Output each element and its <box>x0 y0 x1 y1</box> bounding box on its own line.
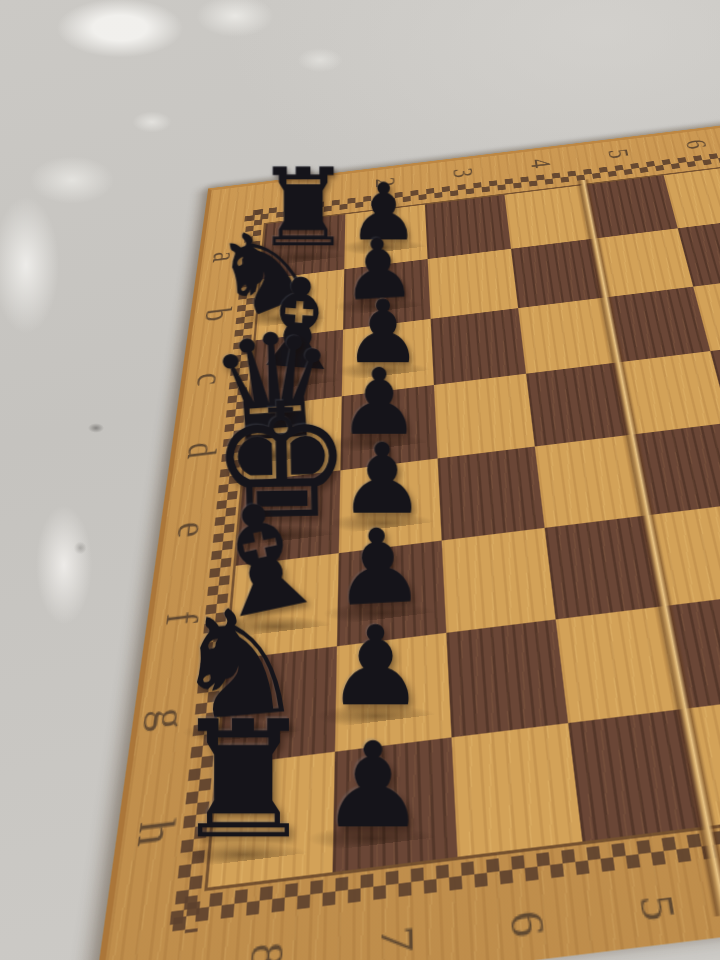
square-d6[interactable] <box>710 340 720 423</box>
square-a6[interactable] <box>664 166 720 229</box>
chess-photo-scene: 12345678 abcdefgh 87654321 ♜♞♝♛♚♝♞♜♟♟♟♟♟… <box>0 0 720 960</box>
square-h4[interactable] <box>568 709 707 842</box>
square-c4[interactable] <box>518 297 618 373</box>
top-number-4: 5 <box>601 147 635 160</box>
square-g5[interactable] <box>665 593 720 709</box>
square-f4[interactable] <box>545 515 665 619</box>
square-b6[interactable] <box>678 218 720 287</box>
square-g4[interactable] <box>556 606 685 723</box>
square-b5[interactable] <box>594 228 693 297</box>
bottom-number-0: 8 <box>238 939 295 960</box>
pawn-glyph: ♟ <box>320 727 426 845</box>
top-number-5: 6 <box>678 138 713 151</box>
bottom-number-2: 6 <box>498 908 556 941</box>
square-e4[interactable] <box>535 435 648 528</box>
square-d5[interactable] <box>618 351 720 435</box>
square-a4[interactable] <box>504 185 594 249</box>
board-fold-seam <box>576 179 720 917</box>
square-d4[interactable] <box>526 362 632 446</box>
bottom-number-1: 7 <box>369 923 425 956</box>
square-e5[interactable] <box>632 423 720 516</box>
piece-black-pawn-h2[interactable]: ♟ <box>257 596 490 845</box>
square-b4[interactable] <box>511 239 606 309</box>
square-a5[interactable] <box>584 175 678 238</box>
square-c6[interactable] <box>693 276 720 351</box>
square-c5[interactable] <box>606 287 711 363</box>
square-h5[interactable] <box>685 694 720 826</box>
top-number-3: 4 <box>523 157 556 170</box>
bottom-number-3: 5 <box>627 892 686 924</box>
square-f5[interactable] <box>648 503 720 606</box>
